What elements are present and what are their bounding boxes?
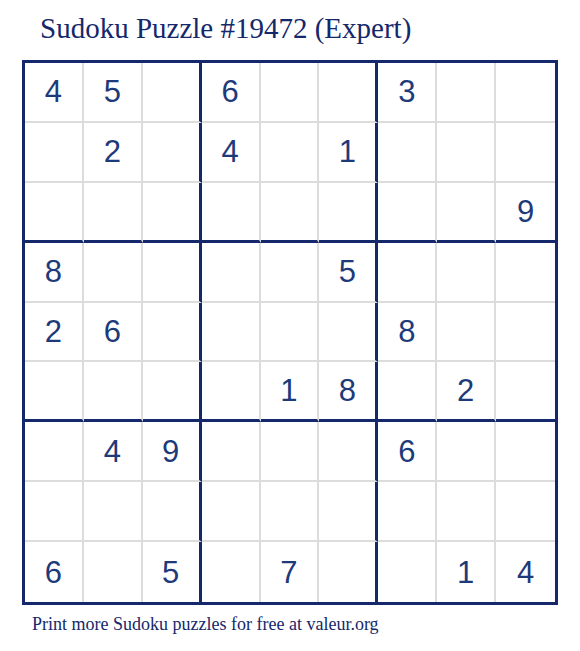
cell-r3c6	[319, 183, 378, 243]
cell-r8c9	[496, 482, 555, 542]
cell-r7c8	[437, 422, 496, 482]
cell-r3c1	[25, 183, 84, 243]
cell-r7c4	[202, 422, 261, 482]
cell-r2c6: 1	[319, 123, 378, 183]
cell-r9c5: 7	[261, 542, 320, 602]
cell-r2c3	[143, 123, 202, 183]
cell-r3c2	[84, 183, 143, 243]
cell-r3c3	[143, 183, 202, 243]
cell-r5c6	[319, 303, 378, 363]
cell-r5c3	[143, 303, 202, 363]
cell-r2c9	[496, 123, 555, 183]
cell-r6c3	[143, 362, 202, 422]
cell-r2c5	[261, 123, 320, 183]
cell-r4c4	[202, 243, 261, 303]
cell-r3c5	[261, 183, 320, 243]
cell-r1c9	[496, 63, 555, 123]
cell-r8c5	[261, 482, 320, 542]
cell-r7c2: 4	[84, 422, 143, 482]
cell-r8c7	[378, 482, 437, 542]
cell-r2c2: 2	[84, 123, 143, 183]
cell-r5c4	[202, 303, 261, 363]
cell-r4c9	[496, 243, 555, 303]
cell-r6c8: 2	[437, 362, 496, 422]
cell-r6c1	[25, 362, 84, 422]
cell-r8c6	[319, 482, 378, 542]
cell-r7c7: 6	[378, 422, 437, 482]
cell-r8c4	[202, 482, 261, 542]
cell-r5c5	[261, 303, 320, 363]
cell-r8c2	[84, 482, 143, 542]
cell-r4c2	[84, 243, 143, 303]
cell-r6c5: 1	[261, 362, 320, 422]
cell-r4c1: 8	[25, 243, 84, 303]
cell-r9c8: 1	[437, 542, 496, 602]
cell-r1c3	[143, 63, 202, 123]
cell-r1c4: 6	[202, 63, 261, 123]
cell-r8c3	[143, 482, 202, 542]
cell-r9c3: 5	[143, 542, 202, 602]
cell-r3c7	[378, 183, 437, 243]
cell-r2c1	[25, 123, 84, 183]
cell-r5c9	[496, 303, 555, 363]
cell-r6c9	[496, 362, 555, 422]
cell-r5c1: 2	[25, 303, 84, 363]
cell-r7c6	[319, 422, 378, 482]
cell-r3c9: 9	[496, 183, 555, 243]
cell-r7c9	[496, 422, 555, 482]
cell-r1c2: 5	[84, 63, 143, 123]
cell-r9c7	[378, 542, 437, 602]
sudoku-board: 456324198526818249665714	[22, 60, 558, 605]
cell-r4c8	[437, 243, 496, 303]
cell-r4c6: 5	[319, 243, 378, 303]
cell-r2c8	[437, 123, 496, 183]
cell-r3c8	[437, 183, 496, 243]
cell-r6c7	[378, 362, 437, 422]
cell-r9c4	[202, 542, 261, 602]
footer-text: Print more Sudoku puzzles for free at va…	[32, 614, 379, 635]
cell-r4c7	[378, 243, 437, 303]
page-title: Sudoku Puzzle #19472 (Expert)	[40, 12, 411, 45]
cell-r1c1: 4	[25, 63, 84, 123]
cell-r8c1	[25, 482, 84, 542]
cell-r6c2	[84, 362, 143, 422]
cell-r9c2	[84, 542, 143, 602]
cell-r1c6	[319, 63, 378, 123]
cell-r1c7: 3	[378, 63, 437, 123]
cell-r6c6: 8	[319, 362, 378, 422]
cell-r1c5	[261, 63, 320, 123]
cell-r8c8	[437, 482, 496, 542]
cell-r6c4	[202, 362, 261, 422]
cell-r2c7	[378, 123, 437, 183]
cell-r4c5	[261, 243, 320, 303]
cell-r4c3	[143, 243, 202, 303]
cell-r5c7: 8	[378, 303, 437, 363]
cell-r2c4: 4	[202, 123, 261, 183]
cell-r1c8	[437, 63, 496, 123]
cell-r9c9: 4	[496, 542, 555, 602]
cell-r7c5	[261, 422, 320, 482]
cell-r5c8	[437, 303, 496, 363]
cell-r5c2: 6	[84, 303, 143, 363]
cell-r9c6	[319, 542, 378, 602]
cell-r9c1: 6	[25, 542, 84, 602]
cell-r3c4	[202, 183, 261, 243]
cell-r7c1	[25, 422, 84, 482]
sudoku-page: Sudoku Puzzle #19472 (Expert) 4563241985…	[0, 0, 580, 651]
cell-r7c3: 9	[143, 422, 202, 482]
